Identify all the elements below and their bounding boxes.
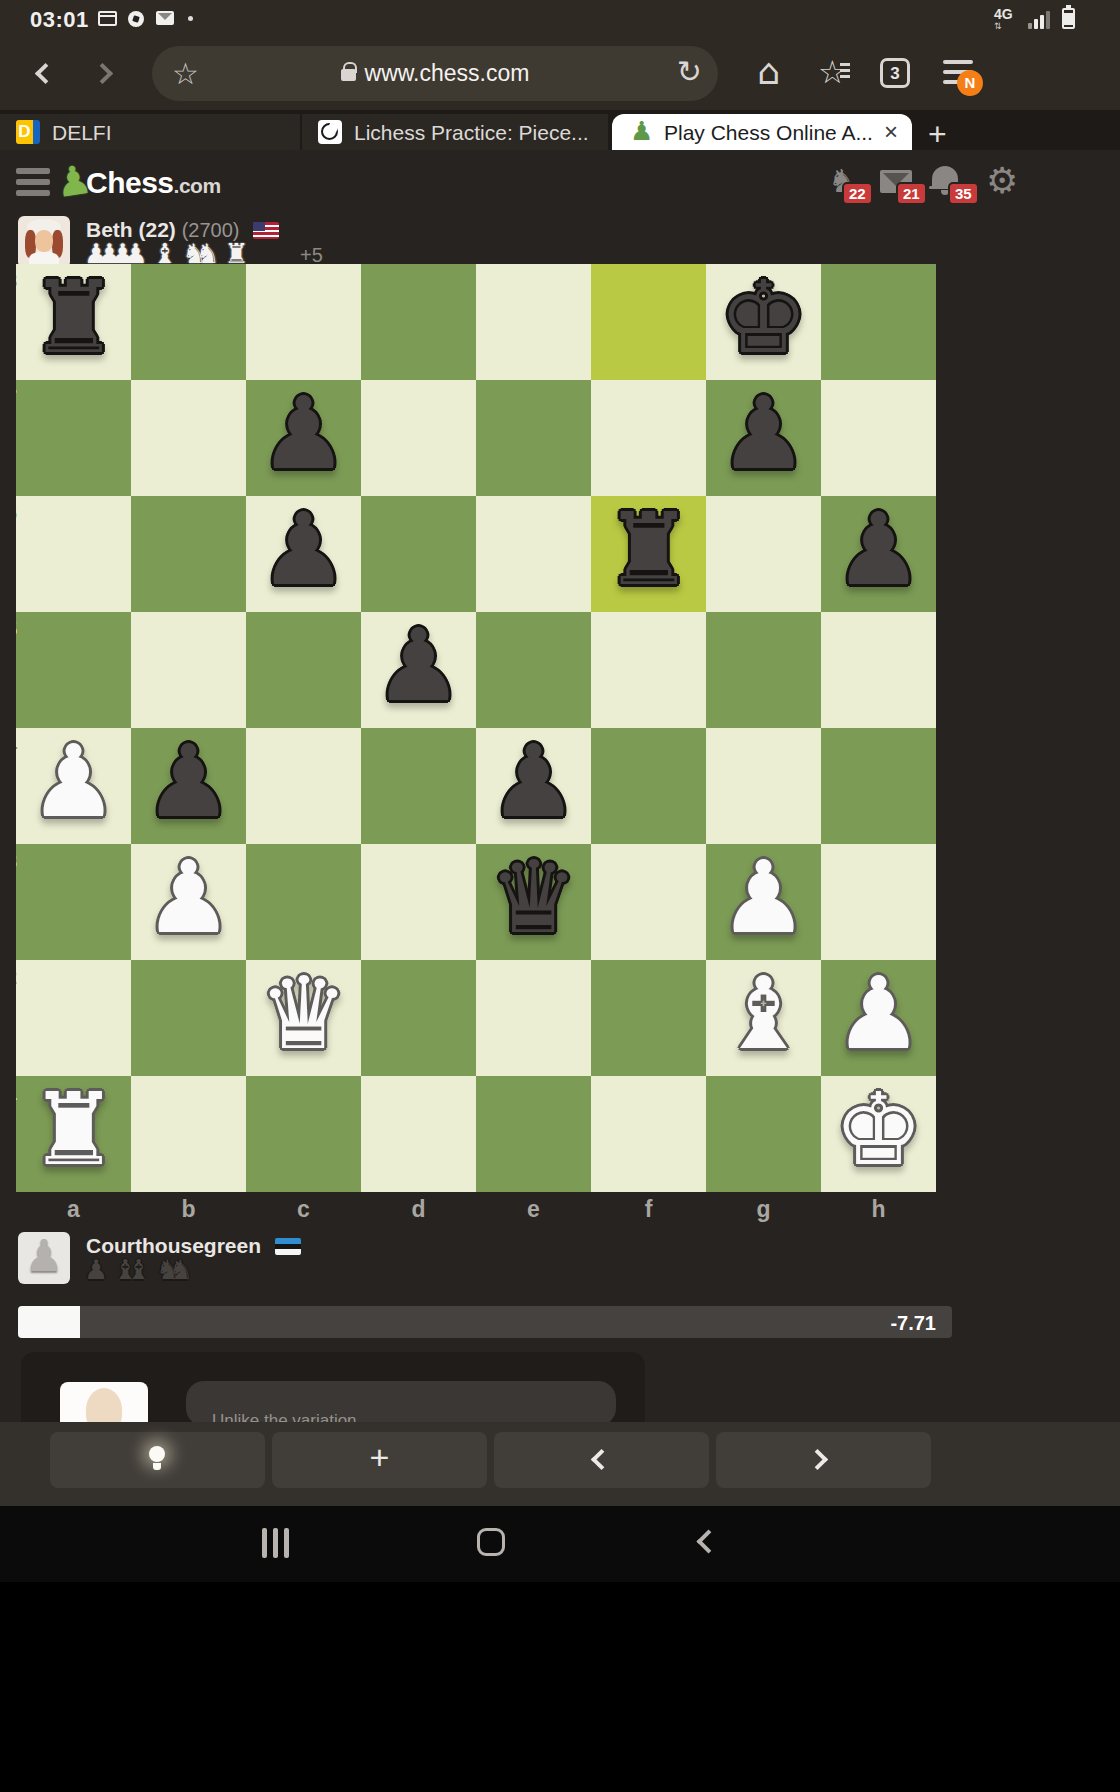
square-h1[interactable]: ♚ xyxy=(821,1076,936,1192)
window-notification-icon xyxy=(98,11,117,26)
square-d8[interactable] xyxy=(361,264,476,380)
square-h8[interactable] xyxy=(821,264,936,380)
square-d2[interactable] xyxy=(361,960,476,1076)
square-h3[interactable] xyxy=(821,844,936,960)
messages-badge: 21 xyxy=(896,182,927,205)
white-pawn: ♟ xyxy=(16,728,131,844)
rank-label-8: 8 xyxy=(16,270,26,293)
lichess-favicon xyxy=(318,120,342,144)
evaluation-bar: -7.71 xyxy=(18,1306,952,1338)
square-f6[interactable]: ♜ xyxy=(591,496,706,612)
us-flag-icon xyxy=(253,222,279,239)
alerts-badge: 35 xyxy=(948,182,979,205)
rank-label-6: 6 xyxy=(16,502,26,525)
square-a1[interactable]: ♜ xyxy=(16,1076,131,1192)
square-e7[interactable] xyxy=(476,380,591,496)
avatar-beth[interactable] xyxy=(18,216,70,268)
square-d1[interactable] xyxy=(361,1076,476,1192)
black-pawn: ♟ xyxy=(246,380,361,496)
recent-apps-button[interactable] xyxy=(262,1528,292,1558)
previous-chevron-icon xyxy=(591,1449,612,1470)
square-e8[interactable] xyxy=(476,264,591,380)
plus-icon: + xyxy=(272,1438,487,1477)
tab-switcher-button[interactable]: 3 xyxy=(880,58,910,88)
square-a4[interactable]: ♟ xyxy=(16,728,131,844)
bookmarks-list-icon[interactable]: ☆ xyxy=(818,54,847,90)
tab-chesscom-active[interactable]: ♟ Play Chess Online A... × xyxy=(612,114,912,150)
signal-strength-icon xyxy=(1028,9,1054,29)
tab-lichess[interactable]: Lichess Practice: Piece... xyxy=(302,114,608,150)
square-c5[interactable] xyxy=(246,612,361,728)
square-c3[interactable] xyxy=(246,844,361,960)
device-screen: 03:01 4G⇅ ☆ www.chess.com ↻ ⌂ ☆ 3 N xyxy=(0,0,1120,1792)
browser-forward-button[interactable] xyxy=(95,66,110,85)
android-home-button[interactable] xyxy=(477,1528,505,1556)
android-back-button[interactable] xyxy=(696,1529,720,1553)
new-game-button[interactable]: + xyxy=(272,1432,487,1488)
square-b6[interactable] xyxy=(131,496,246,612)
square-f7[interactable] xyxy=(591,380,706,496)
square-e2[interactable] xyxy=(476,960,591,1076)
square-a7[interactable] xyxy=(16,380,131,496)
square-e1[interactable] xyxy=(476,1076,591,1192)
square-g3[interactable]: ♟ xyxy=(706,844,821,960)
clock: 03:01 xyxy=(30,7,89,33)
battery-icon xyxy=(1062,8,1075,29)
black-rook: ♜ xyxy=(16,264,131,380)
square-d7[interactable] xyxy=(361,380,476,496)
black-rook: ♜ xyxy=(591,496,706,612)
next-move-button[interactable] xyxy=(716,1432,931,1488)
black-pawn: ♟ xyxy=(246,496,361,612)
square-b5[interactable] xyxy=(131,612,246,728)
secure-lock-icon xyxy=(341,69,356,81)
square-a3[interactable] xyxy=(16,844,131,960)
reload-icon[interactable]: ↻ xyxy=(677,54,702,89)
square-c6[interactable]: ♟ xyxy=(246,496,361,612)
android-nav-bar xyxy=(0,1506,1120,1582)
previous-move-button[interactable] xyxy=(494,1432,709,1488)
black-pawn: ♟ xyxy=(821,496,936,612)
square-d5[interactable]: ♟ xyxy=(361,612,476,728)
home-icon[interactable]: ⌂ xyxy=(757,54,780,90)
friends-badge: 22 xyxy=(842,182,873,205)
white-pawn: ♟ xyxy=(706,844,821,960)
forward-chevron-icon xyxy=(92,63,113,84)
square-f5[interactable] xyxy=(591,612,706,728)
square-g1[interactable] xyxy=(706,1076,821,1192)
square-g2[interactable]: ♝ xyxy=(706,960,821,1076)
square-g6[interactable] xyxy=(706,496,821,612)
rank-label-3: 3 xyxy=(16,850,26,873)
square-f8[interactable] xyxy=(591,264,706,380)
hint-button[interactable] xyxy=(50,1432,265,1488)
evaluation-value: -7.71 xyxy=(890,1312,936,1335)
square-c7[interactable]: ♟ xyxy=(246,380,361,496)
square-g8[interactable]: ♚ xyxy=(706,264,821,380)
black-pawn: ♟ xyxy=(706,380,821,496)
square-b4[interactable]: ♟ xyxy=(131,728,246,844)
estonia-flag-icon xyxy=(275,1238,301,1255)
square-c8[interactable] xyxy=(246,264,361,380)
square-e5[interactable] xyxy=(476,612,591,728)
black-king: ♚ xyxy=(706,264,821,380)
rank-label-4: 4 xyxy=(16,734,26,757)
white-rook: ♜ xyxy=(16,1076,131,1192)
file-label-b: b xyxy=(131,1196,246,1226)
chess-board[interactable]: ♜♚♟♟♟♜♟♟♟♟♟♟♛♟♛♝♟♜♚ xyxy=(16,264,936,1192)
square-f4[interactable] xyxy=(591,728,706,844)
square-a5[interactable] xyxy=(16,612,131,728)
browser-toolbar: ☆ www.chess.com ↻ ⌂ ☆ 3 N xyxy=(0,38,1120,110)
square-c2[interactable]: ♛ xyxy=(246,960,361,1076)
square-h4[interactable] xyxy=(821,728,936,844)
square-d4[interactable] xyxy=(361,728,476,844)
file-label-f: f xyxy=(591,1196,706,1226)
tab-delfi[interactable]: D DELFI xyxy=(0,114,300,150)
square-b1[interactable] xyxy=(131,1076,246,1192)
black-queen: ♛ xyxy=(476,844,591,960)
close-tab-icon[interactable]: × xyxy=(884,118,898,146)
square-d6[interactable] xyxy=(361,496,476,612)
screen-bottom-area xyxy=(0,1582,1120,1792)
square-h2[interactable]: ♟ xyxy=(821,960,936,1076)
file-label-g: g xyxy=(706,1196,821,1226)
delfi-favicon: D xyxy=(16,120,40,144)
avatar-courthousegreen[interactable]: ♟ xyxy=(18,1232,70,1284)
white-bishop: ♝ xyxy=(706,960,821,1076)
square-b7[interactable] xyxy=(131,380,246,496)
square-b3[interactable]: ♟ xyxy=(131,844,246,960)
file-label-h: h xyxy=(821,1196,936,1226)
black-pawn: ♟ xyxy=(131,728,246,844)
browser-chrome: 03:01 4G⇅ ☆ www.chess.com ↻ ⌂ ☆ 3 N xyxy=(0,0,1120,110)
evaluation-white-portion xyxy=(18,1306,80,1338)
dot-notification-icon xyxy=(188,16,193,21)
square-g5[interactable] xyxy=(706,612,821,728)
square-c4[interactable] xyxy=(246,728,361,844)
coach-panel: Unlike the variation ... xyxy=(21,1352,645,1426)
new-tab-button[interactable]: + xyxy=(928,116,947,153)
rank-label-5: 5 xyxy=(16,618,26,641)
square-d3[interactable] xyxy=(361,844,476,960)
file-label-a: a xyxy=(16,1196,131,1226)
back-chevron-icon xyxy=(35,63,56,84)
site-header: ♟ Chess.com ♞ ⚙ 22 21 35 xyxy=(0,150,1120,214)
file-label-d: d xyxy=(361,1196,476,1226)
file-label-c: c xyxy=(246,1196,361,1226)
square-a6[interactable] xyxy=(16,496,131,612)
square-b8[interactable] xyxy=(131,264,246,380)
black-pawn: ♟ xyxy=(476,728,591,844)
square-f1[interactable] xyxy=(591,1076,706,1192)
white-queen: ♛ xyxy=(246,960,361,1076)
mail-notification-icon xyxy=(156,11,174,25)
white-pawn: ♟ xyxy=(821,960,936,1076)
square-e3[interactable]: ♛ xyxy=(476,844,591,960)
square-g7[interactable]: ♟ xyxy=(706,380,821,496)
square-e4[interactable]: ♟ xyxy=(476,728,591,844)
site-menu-icon[interactable] xyxy=(16,168,50,196)
coach-message-bubble: Unlike the variation ... xyxy=(186,1381,616,1426)
white-pawn: ♟ xyxy=(131,844,246,960)
soccer-notification-icon xyxy=(128,11,144,27)
url-bar[interactable]: ☆ www.chess.com ↻ xyxy=(152,46,718,101)
square-a2[interactable] xyxy=(16,960,131,1076)
white-king: ♚ xyxy=(821,1076,936,1192)
square-a8[interactable]: ♜ xyxy=(16,264,131,380)
square-h7[interactable] xyxy=(821,380,936,496)
captured-by-bottom: ♟♝♝♞♞ xyxy=(84,1254,198,1285)
file-labels: abcdefgh xyxy=(16,1196,936,1226)
square-f2[interactable] xyxy=(591,960,706,1076)
network-type-indicator: 4G⇅ xyxy=(994,6,1013,31)
square-e6[interactable] xyxy=(476,496,591,612)
square-h6[interactable]: ♟ xyxy=(821,496,936,612)
rank-label-7: 7 xyxy=(16,386,26,409)
square-b2[interactable] xyxy=(131,960,246,1076)
square-h5[interactable] xyxy=(821,612,936,728)
url-text[interactable]: www.chess.com xyxy=(365,60,530,86)
gray-pawn-avatar-icon: ♟ xyxy=(18,1232,70,1281)
next-chevron-icon xyxy=(807,1449,828,1470)
square-f3[interactable] xyxy=(591,844,706,960)
black-pawn: ♟ xyxy=(361,612,476,728)
tab-strip: D DELFI Lichess Practice: Piece... ♟ Pla… xyxy=(0,110,1120,150)
rank-label-2: 2 xyxy=(16,966,26,989)
square-g4[interactable] xyxy=(706,728,821,844)
file-label-e: e xyxy=(476,1196,591,1226)
square-c1[interactable] xyxy=(246,1076,361,1192)
rank-label-1: 1 xyxy=(16,1082,26,1105)
coach-avatar xyxy=(60,1382,148,1426)
lightbulb-icon xyxy=(149,1446,165,1462)
settings-gear-icon[interactable]: ⚙ xyxy=(986,160,1018,201)
chesscom-favicon: ♟ xyxy=(630,116,653,146)
chess-board-container: ♜♚♟♟♟♜♟♟♟♟♟♟♛♟♛♝♟♜♚ 87654321 xyxy=(16,264,936,1192)
status-bar: 03:01 4G⇅ xyxy=(0,0,1120,38)
menu-notification-badge: N xyxy=(957,70,983,96)
game-toolbar: + xyxy=(0,1422,1120,1506)
browser-back-button[interactable] xyxy=(38,66,53,85)
